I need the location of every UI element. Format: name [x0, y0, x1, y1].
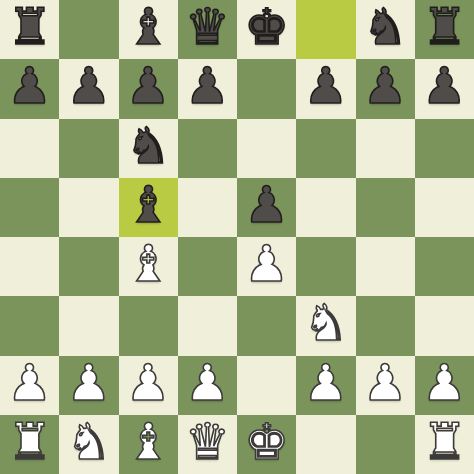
piece-black-pawn[interactable]: ♟: [185, 59, 230, 116]
square-c2[interactable]: ♟: [119, 356, 178, 415]
square-g5[interactable]: [356, 178, 415, 237]
square-b7[interactable]: ♟: [59, 59, 118, 118]
square-e1[interactable]: ♚: [237, 415, 296, 474]
square-b1[interactable]: ♞: [59, 415, 118, 474]
square-d5[interactable]: [178, 178, 237, 237]
square-g7[interactable]: ♟: [356, 59, 415, 118]
piece-black-knight[interactable]: ♞: [126, 119, 171, 176]
piece-white-rook[interactable]: ♜: [7, 415, 52, 472]
square-f7[interactable]: ♟: [296, 59, 355, 118]
square-h3[interactable]: [415, 296, 474, 355]
square-d3[interactable]: [178, 296, 237, 355]
square-c3[interactable]: [119, 296, 178, 355]
square-f2[interactable]: ♟: [296, 356, 355, 415]
piece-white-bishop[interactable]: ♝: [126, 415, 171, 472]
square-g1[interactable]: [356, 415, 415, 474]
piece-black-king[interactable]: ♚: [244, 0, 289, 57]
square-e7[interactable]: [237, 59, 296, 118]
square-d6[interactable]: [178, 119, 237, 178]
square-e3[interactable]: [237, 296, 296, 355]
piece-white-pawn[interactable]: ♟: [363, 356, 408, 413]
square-f8[interactable]: [296, 0, 355, 59]
piece-black-bishop[interactable]: ♝: [126, 0, 171, 57]
square-b8[interactable]: [59, 0, 118, 59]
square-g6[interactable]: [356, 119, 415, 178]
piece-black-pawn[interactable]: ♟: [303, 59, 348, 116]
square-f1[interactable]: [296, 415, 355, 474]
piece-white-pawn[interactable]: ♟: [126, 356, 171, 413]
square-a2[interactable]: ♟: [0, 356, 59, 415]
square-c7[interactable]: ♟: [119, 59, 178, 118]
square-d2[interactable]: ♟: [178, 356, 237, 415]
piece-white-king[interactable]: ♚: [244, 415, 289, 472]
square-h7[interactable]: ♟: [415, 59, 474, 118]
square-b3[interactable]: [59, 296, 118, 355]
square-e4[interactable]: ♟: [237, 237, 296, 296]
square-a1[interactable]: ♜: [0, 415, 59, 474]
square-g8[interactable]: ♞: [356, 0, 415, 59]
piece-black-knight[interactable]: ♞: [363, 0, 408, 57]
square-c8[interactable]: ♝: [119, 0, 178, 59]
piece-white-pawn[interactable]: ♟: [185, 356, 230, 413]
square-d1[interactable]: ♛: [178, 415, 237, 474]
chess-board: ♜♝♛♚♞♜♟♟♟♟♟♟♟♞♝♟♝♟♞♟♟♟♟♟♟♟♜♞♝♛♚♜: [0, 0, 474, 474]
square-c6[interactable]: ♞: [119, 119, 178, 178]
piece-black-pawn[interactable]: ♟: [244, 178, 289, 235]
square-c1[interactable]: ♝: [119, 415, 178, 474]
piece-white-pawn[interactable]: ♟: [66, 356, 111, 413]
piece-black-pawn[interactable]: ♟: [7, 59, 52, 116]
square-d7[interactable]: ♟: [178, 59, 237, 118]
piece-black-rook[interactable]: ♜: [7, 0, 52, 57]
square-a8[interactable]: ♜: [0, 0, 59, 59]
square-a6[interactable]: [0, 119, 59, 178]
piece-white-pawn[interactable]: ♟: [422, 356, 467, 413]
square-g2[interactable]: ♟: [356, 356, 415, 415]
square-g4[interactable]: [356, 237, 415, 296]
square-h1[interactable]: ♜: [415, 415, 474, 474]
square-b6[interactable]: [59, 119, 118, 178]
square-h5[interactable]: [415, 178, 474, 237]
square-h2[interactable]: ♟: [415, 356, 474, 415]
piece-black-pawn[interactable]: ♟: [126, 59, 171, 116]
square-f6[interactable]: [296, 119, 355, 178]
piece-white-rook[interactable]: ♜: [422, 415, 467, 472]
square-g3[interactable]: [356, 296, 415, 355]
piece-white-pawn[interactable]: ♟: [303, 356, 348, 413]
piece-black-pawn[interactable]: ♟: [422, 59, 467, 116]
piece-white-pawn[interactable]: ♟: [7, 356, 52, 413]
piece-black-pawn[interactable]: ♟: [66, 59, 111, 116]
square-a4[interactable]: [0, 237, 59, 296]
square-b4[interactable]: [59, 237, 118, 296]
square-e6[interactable]: [237, 119, 296, 178]
piece-white-knight[interactable]: ♞: [66, 415, 111, 472]
square-d8[interactable]: ♛: [178, 0, 237, 59]
square-h6[interactable]: [415, 119, 474, 178]
piece-black-queen[interactable]: ♛: [185, 0, 230, 57]
square-e8[interactable]: ♚: [237, 0, 296, 59]
square-f3[interactable]: ♞: [296, 296, 355, 355]
piece-white-bishop[interactable]: ♝: [126, 237, 171, 294]
square-e2[interactable]: [237, 356, 296, 415]
square-c4[interactable]: ♝: [119, 237, 178, 296]
square-a7[interactable]: ♟: [0, 59, 59, 118]
piece-white-queen[interactable]: ♛: [185, 415, 230, 472]
square-b5[interactable]: [59, 178, 118, 237]
square-d4[interactable]: [178, 237, 237, 296]
piece-white-pawn[interactable]: ♟: [244, 237, 289, 294]
piece-black-bishop[interactable]: ♝: [126, 178, 171, 235]
square-h4[interactable]: [415, 237, 474, 296]
piece-white-knight[interactable]: ♞: [303, 296, 348, 353]
square-f5[interactable]: [296, 178, 355, 237]
square-c5[interactable]: ♝: [119, 178, 178, 237]
square-a3[interactable]: [0, 296, 59, 355]
piece-black-pawn[interactable]: ♟: [363, 59, 408, 116]
square-b2[interactable]: ♟: [59, 356, 118, 415]
piece-black-rook[interactable]: ♜: [422, 0, 467, 57]
square-a5[interactable]: [0, 178, 59, 237]
square-e5[interactable]: ♟: [237, 178, 296, 237]
square-f4[interactable]: [296, 237, 355, 296]
square-h8[interactable]: ♜: [415, 0, 474, 59]
